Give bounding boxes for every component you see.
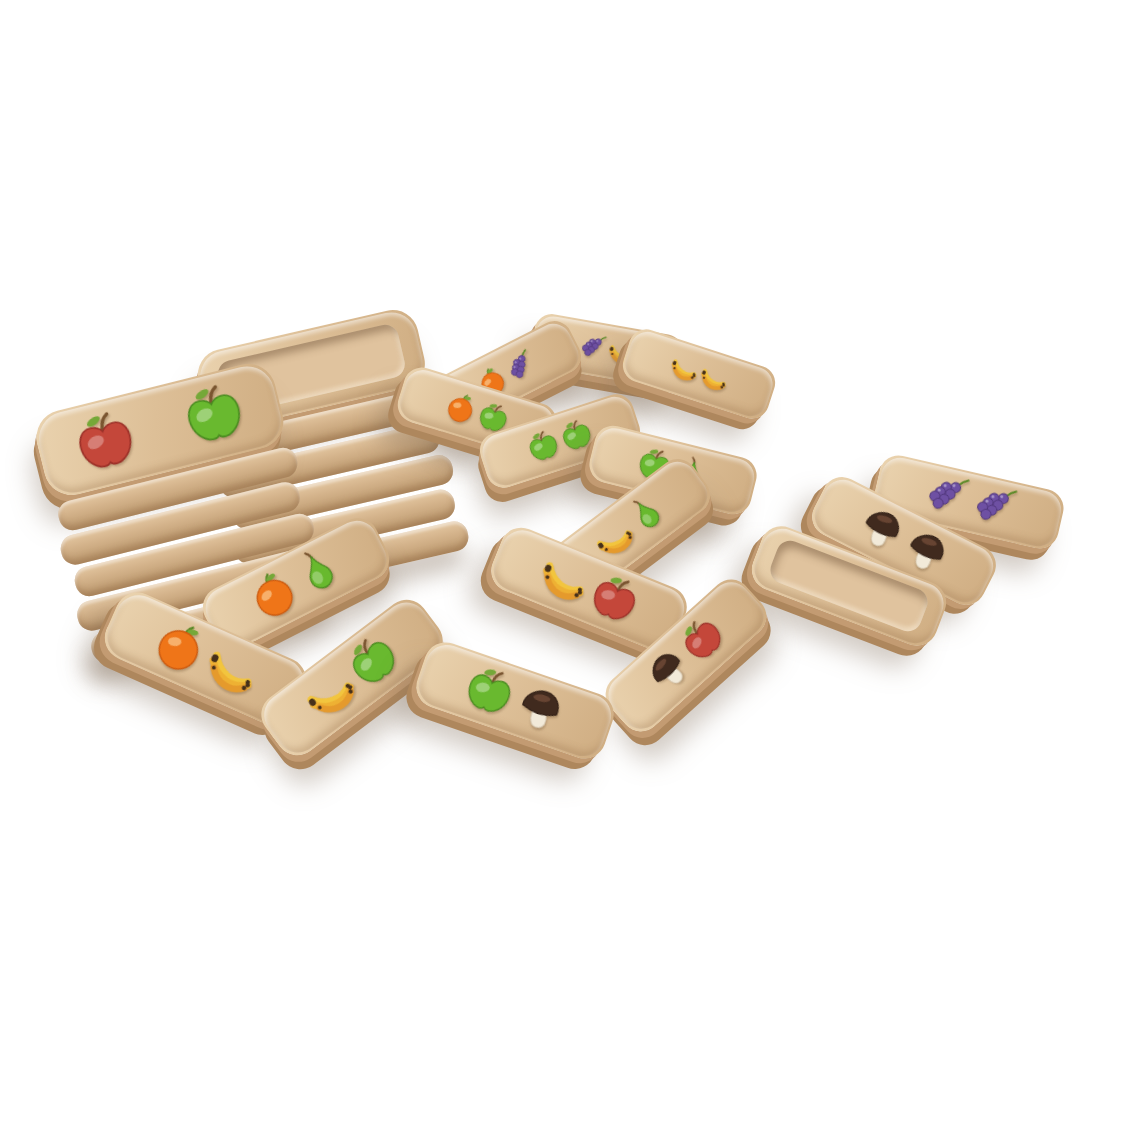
scene xyxy=(0,0,1125,1125)
domino-banana-banana[interactable] xyxy=(618,325,779,423)
red-apple-icon xyxy=(64,402,145,483)
domino-green-apple-mushroom[interactable] xyxy=(410,636,619,764)
green-apple-icon xyxy=(173,375,254,456)
grape-icon xyxy=(964,479,1022,537)
